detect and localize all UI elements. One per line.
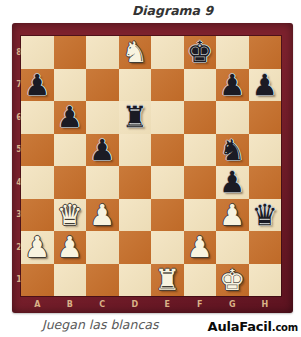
rank-label-1: 1 [12,264,21,297]
page: Diagrama 9 87654321 ♞♚♟♟♟♟♜♟♞♟♛♟♟♛♟♟♟♜♚ … [0,0,301,337]
file-label-h: H [249,296,282,313]
square-b5 [54,134,87,167]
rank-label-4: 4 [12,166,21,199]
square-c3: ♟ [86,199,119,232]
square-h5 [249,134,282,167]
square-h3: ♛ [249,199,282,232]
square-g5: ♞ [216,134,249,167]
piece-black-pawn-g7: ♟ [219,69,245,102]
square-f8: ♚ [184,36,217,69]
square-e7 [151,69,184,102]
diagram-title: Diagrama 9 [0,3,301,18]
square-e6 [151,101,184,134]
brand-name: AulaFacil [208,319,272,334]
square-e2 [151,231,184,264]
square-b1 [54,264,87,297]
piece-white-pawn-b2: ♟ [57,231,83,264]
file-label-b: B [54,296,87,313]
square-f5 [184,134,217,167]
square-d4 [119,166,152,199]
square-f1 [184,264,217,297]
file-label-e: E [151,296,184,313]
piece-white-rook-e1: ♜ [154,264,180,297]
square-c7 [86,69,119,102]
piece-white-pawn-c3: ♟ [89,199,115,232]
square-g7: ♟ [216,69,249,102]
square-g8 [216,36,249,69]
square-g4: ♟ [216,166,249,199]
square-b4 [54,166,87,199]
rank-label-5: 5 [12,134,21,167]
square-d7 [119,69,152,102]
piece-white-king-g1: ♚ [219,264,245,297]
square-f3 [184,199,217,232]
square-e1: ♜ [151,264,184,297]
piece-black-pawn-g4: ♟ [219,166,245,199]
square-d2 [119,231,152,264]
square-c6 [86,101,119,134]
square-b8 [54,36,87,69]
piece-black-pawn-b6: ♟ [57,101,83,134]
file-label-g: G [216,296,249,313]
square-h6 [249,101,282,134]
square-a2: ♟ [21,231,54,264]
file-label-d: D [119,296,152,313]
file-labels: ABCDEFGH [21,296,281,313]
square-b6: ♟ [54,101,87,134]
square-a7: ♟ [21,69,54,102]
rank-label-7: 7 [12,69,21,102]
file-label-f: F [184,296,217,313]
square-g2 [216,231,249,264]
square-g1: ♚ [216,264,249,297]
square-d1 [119,264,152,297]
square-f4 [184,166,217,199]
square-d3 [119,199,152,232]
rank-label-3: 3 [12,199,21,232]
piece-black-pawn-a7: ♟ [24,69,50,102]
square-a8 [21,36,54,69]
square-d8: ♞ [119,36,152,69]
piece-black-pawn-h7: ♟ [252,69,278,102]
square-h8 [249,36,282,69]
square-h2 [249,231,282,264]
piece-black-queen-h3: ♛ [252,199,278,232]
rank-label-2: 2 [12,231,21,264]
square-f6 [184,101,217,134]
square-h1 [249,264,282,297]
square-c4 [86,166,119,199]
square-f2: ♟ [184,231,217,264]
square-b3: ♛ [54,199,87,232]
square-h7: ♟ [249,69,282,102]
square-e3 [151,199,184,232]
square-g6 [216,101,249,134]
square-e4 [151,166,184,199]
square-c8 [86,36,119,69]
chess-board-frame: 87654321 ♞♚♟♟♟♟♜♟♞♟♛♟♟♛♟♟♟♜♚ ABCDEFGH [12,23,293,313]
square-e5 [151,134,184,167]
square-d6: ♜ [119,101,152,134]
square-c2 [86,231,119,264]
square-a1 [21,264,54,297]
square-a6 [21,101,54,134]
piece-black-rook-d6: ♜ [122,101,148,134]
piece-black-king-f8: ♚ [187,36,213,69]
square-c5: ♟ [86,134,119,167]
square-d5 [119,134,152,167]
square-b7 [54,69,87,102]
piece-black-knight-g5: ♞ [219,134,245,167]
square-c1 [86,264,119,297]
rank-label-8: 8 [12,36,21,69]
rank-labels: 87654321 [12,36,21,296]
square-a3 [21,199,54,232]
side-to-move-caption: Juegan las blancas [42,317,158,332]
square-e8 [151,36,184,69]
piece-white-knight-d8: ♞ [122,36,148,69]
piece-black-pawn-c5: ♟ [89,134,115,167]
square-b2: ♟ [54,231,87,264]
piece-white-queen-b3: ♛ [57,199,83,232]
file-label-c: C [86,296,119,313]
square-h4 [249,166,282,199]
square-f7 [184,69,217,102]
brand-suffix: .com [272,322,298,333]
piece-white-pawn-a2: ♟ [24,231,50,264]
file-label-a: A [21,296,54,313]
square-a5 [21,134,54,167]
piece-white-pawn-f2: ♟ [187,231,213,264]
brand-watermark: AulaFacil.com [208,319,298,334]
square-g3: ♟ [216,199,249,232]
piece-white-pawn-g3: ♟ [219,199,245,232]
square-a4 [21,166,54,199]
chess-board: ♞♚♟♟♟♟♜♟♞♟♛♟♟♛♟♟♟♜♚ [21,36,281,296]
rank-label-6: 6 [12,101,21,134]
